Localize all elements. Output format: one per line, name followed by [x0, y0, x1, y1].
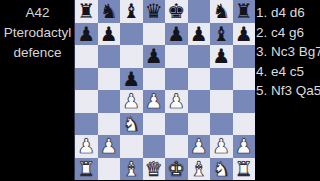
square-g8: ♞ — [210, 0, 233, 23]
black-pawn: ♟ — [165, 23, 188, 46]
square-f6 — [188, 45, 211, 68]
opening-name-line2: defence — [0, 43, 75, 63]
square-g6: ♟ — [210, 45, 233, 68]
square-a5 — [75, 68, 98, 91]
white-pawn: ♟ — [120, 90, 143, 113]
square-b5 — [98, 68, 121, 91]
square-e6 — [165, 45, 188, 68]
video-frame: A42 Pterodactyl defence ♜♞♝♛♚♞♜♟♟♟♟♝♟♟♟♟… — [0, 0, 320, 180]
black-pawn: ♟ — [210, 45, 233, 68]
square-a6 — [75, 45, 98, 68]
square-b2: ♟ — [98, 135, 121, 158]
square-c3: ♞ — [120, 113, 143, 136]
opening-name-line1: Pterodactyl — [0, 23, 75, 43]
square-a7: ♟ — [75, 23, 98, 46]
square-c8: ♝ — [120, 0, 143, 23]
square-e8: ♚ — [165, 0, 188, 23]
square-e5 — [165, 68, 188, 91]
square-f2: ♟ — [188, 135, 211, 158]
move-line: 2. c4 g6 — [256, 23, 320, 43]
square-b3 — [98, 113, 121, 136]
square-f7: ♟ — [188, 23, 211, 46]
square-c1: ♝ — [120, 158, 143, 181]
white-bishop: ♝ — [120, 158, 143, 181]
square-b7: ♟ — [98, 23, 121, 46]
black-pawn: ♟ — [98, 23, 121, 46]
white-knight: ♞ — [120, 113, 143, 136]
square-c6 — [120, 45, 143, 68]
square-g3 — [210, 113, 233, 136]
square-h1: ♜ — [233, 158, 256, 181]
white-pawn: ♟ — [75, 135, 98, 158]
square-e4: ♟ — [165, 90, 188, 113]
chess-board: ♜♞♝♛♚♞♜♟♟♟♟♝♟♟♟♟♟♟♟♞♟♟♟♟♟♜♝♛♚♝♞♜ — [74, 0, 254, 180]
square-f3 — [188, 113, 211, 136]
square-g2: ♟ — [210, 135, 233, 158]
black-queen: ♛ — [143, 0, 166, 23]
square-g4 — [210, 90, 233, 113]
square-c4: ♟ — [120, 90, 143, 113]
square-a3 — [75, 113, 98, 136]
square-e3 — [165, 113, 188, 136]
move-line: 5. Nf3 Qa5 — [256, 81, 320, 101]
square-g7: ♝ — [210, 23, 233, 46]
square-b6 — [98, 45, 121, 68]
white-pawn: ♟ — [165, 90, 188, 113]
black-rook: ♜ — [233, 0, 256, 23]
white-knight: ♞ — [210, 158, 233, 181]
black-bishop: ♝ — [210, 23, 233, 46]
square-a8: ♜ — [75, 0, 98, 23]
white-pawn: ♟ — [233, 135, 256, 158]
square-h3 — [233, 113, 256, 136]
white-rook: ♜ — [75, 158, 98, 181]
move-line: 3. Nc3 Bg7 — [256, 42, 320, 62]
square-e2 — [165, 135, 188, 158]
square-a2: ♟ — [75, 135, 98, 158]
square-f1: ♝ — [188, 158, 211, 181]
move-list: 1. d4 d6 2. c4 g6 3. Nc3 Bg7 4. e4 c5 5.… — [256, 3, 320, 101]
opening-title-panel: A42 Pterodactyl defence — [0, 0, 75, 180]
square-g5 — [210, 68, 233, 91]
black-king: ♚ — [165, 0, 188, 23]
square-h8: ♜ — [233, 0, 256, 23]
square-h5 — [233, 68, 256, 91]
white-bishop: ♝ — [188, 158, 211, 181]
square-b8: ♞ — [98, 0, 121, 23]
square-h4 — [233, 90, 256, 113]
square-c7 — [120, 23, 143, 46]
black-knight: ♞ — [98, 0, 121, 23]
square-d7 — [143, 23, 166, 46]
square-g1: ♞ — [210, 158, 233, 181]
white-pawn: ♟ — [210, 135, 233, 158]
square-c2 — [120, 135, 143, 158]
square-d8: ♛ — [143, 0, 166, 23]
square-f8 — [188, 0, 211, 23]
black-rook: ♜ — [75, 0, 98, 23]
white-queen: ♛ — [143, 158, 166, 181]
white-pawn: ♟ — [143, 90, 166, 113]
black-pawn: ♟ — [120, 68, 143, 91]
white-pawn: ♟ — [188, 135, 211, 158]
white-king: ♚ — [165, 158, 188, 181]
square-h2: ♟ — [233, 135, 256, 158]
white-rook: ♜ — [233, 158, 256, 181]
square-f4 — [188, 90, 211, 113]
white-pawn: ♟ — [98, 135, 121, 158]
square-h7: ♟ — [233, 23, 256, 46]
square-b1 — [98, 158, 121, 181]
move-line: 1. d4 d6 — [256, 3, 320, 23]
black-pawn: ♟ — [143, 45, 166, 68]
square-h6 — [233, 45, 256, 68]
black-bishop: ♝ — [120, 0, 143, 23]
black-pawn: ♟ — [75, 23, 98, 46]
square-f5 — [188, 68, 211, 91]
square-d3 — [143, 113, 166, 136]
square-a1: ♜ — [75, 158, 98, 181]
square-d5 — [143, 68, 166, 91]
black-pawn: ♟ — [233, 23, 256, 46]
black-knight: ♞ — [210, 0, 233, 23]
square-a4 — [75, 90, 98, 113]
square-e1: ♚ — [165, 158, 188, 181]
square-c5: ♟ — [120, 68, 143, 91]
square-d4: ♟ — [143, 90, 166, 113]
square-b4 — [98, 90, 121, 113]
black-pawn: ♟ — [188, 23, 211, 46]
square-e7: ♟ — [165, 23, 188, 46]
square-d2 — [143, 135, 166, 158]
eco-code: A42 — [0, 3, 75, 23]
square-d1: ♛ — [143, 158, 166, 181]
move-line: 4. e4 c5 — [256, 62, 320, 82]
square-d6: ♟ — [143, 45, 166, 68]
